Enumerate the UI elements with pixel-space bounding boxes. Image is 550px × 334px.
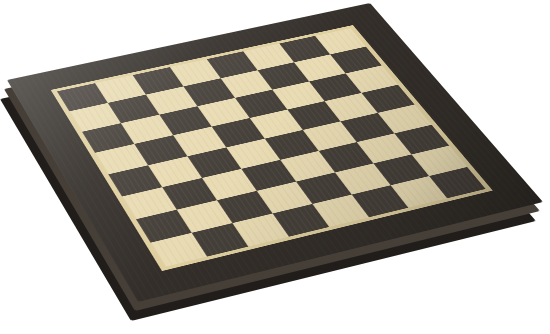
photo-background <box>0 0 550 334</box>
board-field <box>57 28 486 266</box>
chessboard <box>7 3 543 302</box>
